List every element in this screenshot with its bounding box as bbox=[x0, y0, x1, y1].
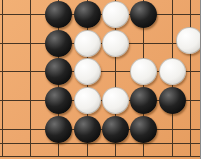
white-stone[interactable] bbox=[102, 30, 129, 57]
white-stone[interactable] bbox=[176, 27, 201, 54]
black-stone[interactable] bbox=[74, 116, 101, 143]
black-stone[interactable] bbox=[45, 87, 72, 114]
grid-line-horizontal bbox=[0, 156, 200, 157]
white-stone[interactable] bbox=[74, 58, 101, 85]
black-stone[interactable] bbox=[45, 30, 72, 57]
white-stone[interactable] bbox=[74, 30, 101, 57]
black-stone[interactable] bbox=[159, 87, 186, 114]
black-stone[interactable] bbox=[102, 116, 129, 143]
white-stone[interactable] bbox=[102, 1, 129, 28]
white-stone[interactable] bbox=[130, 58, 157, 85]
black-stone[interactable] bbox=[45, 58, 72, 85]
black-stone[interactable] bbox=[74, 1, 101, 28]
grid-line-vertical bbox=[2, 0, 3, 157]
black-stone[interactable] bbox=[130, 1, 157, 28]
grid-line-vertical bbox=[30, 0, 31, 157]
white-stone[interactable] bbox=[159, 58, 186, 85]
go-board[interactable] bbox=[0, 0, 200, 159]
grid-line-vertical bbox=[190, 0, 191, 157]
black-stone[interactable] bbox=[130, 87, 157, 114]
white-stone[interactable] bbox=[74, 87, 101, 114]
white-stone[interactable] bbox=[102, 87, 129, 114]
black-stone[interactable] bbox=[45, 116, 72, 143]
grid-line-horizontal bbox=[0, 143, 200, 144]
black-stone[interactable] bbox=[130, 116, 157, 143]
black-stone[interactable] bbox=[45, 1, 72, 28]
